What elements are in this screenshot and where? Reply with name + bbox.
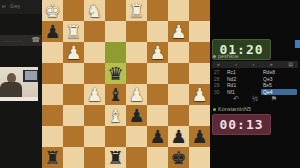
square-b5[interactable]: [168, 84, 189, 105]
move-nav-bar[interactable]: «‹›»▤: [212, 61, 298, 68]
black-move[interactable]: Qe3: [261, 76, 297, 82]
white-move[interactable]: Nd2: [225, 76, 261, 82]
call-titlebar-text: er · Grey,: [2, 4, 21, 9]
square-d5[interactable]: ♟: [126, 84, 147, 105]
scrollbar-thumb[interactable]: [295, 40, 300, 48]
takeback-icon[interactable]: ↶: [233, 95, 239, 103]
piece-black-pawn[interactable]: ♟: [126, 105, 147, 126]
move-list: 27Rc1Rde828Nd2Qe329Rd1Be530Nf1Qe4: [212, 69, 298, 95]
square-f7[interactable]: [84, 126, 105, 147]
resign-flag-icon[interactable]: ⚑: [271, 95, 277, 103]
move-nav-icon-2[interactable]: ›: [253, 61, 255, 68]
move-row: 29Rd1Be5: [212, 82, 298, 89]
square-h1[interactable]: ♚: [42, 0, 63, 21]
piece-black-rook[interactable]: ♜: [105, 147, 126, 168]
square-e5[interactable]: ♝: [105, 84, 126, 105]
square-b6[interactable]: [168, 105, 189, 126]
square-a3[interactable]: [189, 42, 210, 63]
white-move[interactable]: Rd1: [225, 82, 261, 88]
square-c4[interactable]: [147, 63, 168, 84]
black-move[interactable]: Be5: [261, 82, 297, 88]
square-c8[interactable]: [147, 147, 168, 168]
square-a5[interactable]: ♟: [189, 84, 210, 105]
piece-white-pawn[interactable]: ♟: [126, 84, 147, 105]
square-c7[interactable]: ♟: [147, 126, 168, 147]
square-g2[interactable]: ♜: [63, 21, 84, 42]
square-d8[interactable]: [126, 147, 147, 168]
piece-white-rook[interactable]: ♜: [63, 21, 84, 42]
call-control-row[interactable]: ······· ☎: [0, 35, 42, 46]
square-d4[interactable]: [126, 63, 147, 84]
square-f8[interactable]: [84, 147, 105, 168]
online-dot-icon: [213, 55, 216, 58]
square-d1[interactable]: ♜: [126, 0, 147, 21]
square-a8[interactable]: [189, 147, 210, 168]
piece-black-pawn[interactable]: ♟: [42, 21, 63, 42]
piece-black-pawn[interactable]: ♟: [147, 126, 168, 147]
piece-white-pawn[interactable]: ♟: [63, 42, 84, 63]
square-e3[interactable]: [105, 42, 126, 63]
square-f2[interactable]: [84, 21, 105, 42]
piece-white-pawn[interactable]: ♟: [147, 42, 168, 63]
square-h7[interactable]: [42, 126, 63, 147]
square-f3[interactable]: [84, 42, 105, 63]
piece-black-pawn[interactable]: ♟: [189, 126, 210, 147]
square-f6[interactable]: [84, 105, 105, 126]
move-number: 27: [212, 69, 225, 75]
square-h5[interactable]: [42, 84, 63, 105]
square-g5[interactable]: [63, 84, 84, 105]
move-nav-icon-0[interactable]: «: [217, 61, 220, 68]
square-c1[interactable]: [147, 0, 168, 21]
piece-white-pawn[interactable]: ♟: [84, 84, 105, 105]
player-bottom[interactable]: KonstantinN5: [213, 105, 251, 113]
draw-offer-icon[interactable]: ½: [252, 95, 258, 102]
square-c3[interactable]: ♟: [147, 42, 168, 63]
square-e4[interactable]: ♛: [105, 63, 126, 84]
square-g6[interactable]: [63, 105, 84, 126]
piece-white-knight[interactable]: ♞: [84, 0, 105, 21]
square-h8[interactable]: ♜: [42, 147, 63, 168]
game-action-buttons[interactable]: ↶½⚑: [212, 94, 298, 103]
square-e8[interactable]: ♜: [105, 147, 126, 168]
square-b3[interactable]: [168, 42, 189, 63]
piece-white-pawn[interactable]: ♟: [168, 21, 189, 42]
square-g8[interactable]: [63, 147, 84, 168]
chess-board[interactable]: ♚♞♜♟♜♟♟♟♛♟♝♟♟♝♟♟♟♟♜♜♚: [42, 0, 210, 168]
square-g3[interactable]: ♟: [63, 42, 84, 63]
black-move[interactable]: Rde8: [261, 69, 297, 75]
square-e2[interactable]: [105, 21, 126, 42]
square-c5[interactable]: [147, 84, 168, 105]
move-number: 29: [212, 82, 225, 88]
square-c6[interactable]: [147, 105, 168, 126]
square-b4[interactable]: [168, 63, 189, 84]
webcam-monitor-screen: [25, 71, 37, 80]
player-top-name[interactable]: peshkue: [218, 53, 239, 59]
square-f1[interactable]: ♞: [84, 0, 105, 21]
square-e6[interactable]: ♝: [105, 105, 126, 126]
square-b7[interactable]: ♟: [168, 126, 189, 147]
square-a7[interactable]: ♟: [189, 126, 210, 147]
player-bottom-name[interactable]: KonstantinN5: [218, 106, 251, 112]
square-c2[interactable]: [147, 21, 168, 42]
piece-white-pawn[interactable]: ♟: [189, 84, 210, 105]
square-e7[interactable]: [105, 126, 126, 147]
piece-black-rook[interactable]: ♜: [42, 147, 63, 168]
square-a6[interactable]: [189, 105, 210, 126]
square-a4[interactable]: [189, 63, 210, 84]
square-g7[interactable]: [63, 126, 84, 147]
square-f4[interactable]: [84, 63, 105, 84]
square-b1[interactable]: [168, 0, 189, 21]
square-g1[interactable]: [63, 0, 84, 21]
piece-black-queen[interactable]: ♛: [105, 63, 126, 84]
piece-black-king[interactable]: ♚: [168, 147, 189, 168]
piece-white-king[interactable]: ♚: [42, 0, 63, 21]
square-h2[interactable]: ♟: [42, 21, 63, 42]
move-row: 27Rc1Rde8: [212, 69, 298, 76]
move-nav-icon-3[interactable]: »: [270, 61, 273, 68]
player-top[interactable]: peshkue: [213, 52, 239, 60]
square-a2[interactable]: [189, 21, 210, 42]
stream-screen: er · Grey, ······· ☎ ♚♞♜♟♜♟♟♟♛♟♝♟♟♝♟♟♟♟♜…: [0, 0, 300, 168]
square-d3[interactable]: [126, 42, 147, 63]
call-label: ·······: [4, 38, 23, 44]
square-d6[interactable]: ♟: [126, 105, 147, 126]
call-titlebar: er · Grey,: [0, 0, 42, 14]
square-h6[interactable]: [42, 105, 63, 126]
piece-white-rook[interactable]: ♜: [126, 0, 147, 21]
move-nav-icon-4[interactable]: ▤: [288, 61, 293, 68]
online-dot-icon: [213, 108, 216, 111]
square-d7[interactable]: [126, 126, 147, 147]
white-move[interactable]: Rc1: [225, 69, 261, 75]
piece-black-pawn[interactable]: ♟: [168, 126, 189, 147]
square-b2[interactable]: ♟: [168, 21, 189, 42]
game-panel: 01:20 peshkue «‹›»▤ 27Rc1Rde828Nd2Qe329R…: [210, 0, 300, 168]
clock-bottom: 00:13: [212, 114, 271, 135]
phone-icon[interactable]: ☎: [31, 36, 40, 44]
square-h3[interactable]: [42, 42, 63, 63]
call-sidebar: er · Grey, ······· ☎: [0, 0, 42, 168]
piece-white-bishop[interactable]: ♝: [105, 105, 126, 126]
webcam-desk: [0, 97, 38, 101]
piece-black-bishop[interactable]: ♝: [105, 84, 126, 105]
move-row: 28Nd2Qe3: [212, 76, 298, 83]
move-number: 28: [212, 76, 225, 82]
square-h4[interactable]: [42, 63, 63, 84]
square-d2[interactable]: [126, 21, 147, 42]
square-f5[interactable]: ♟: [84, 84, 105, 105]
square-a1[interactable]: [189, 0, 210, 21]
move-nav-icon-1[interactable]: ‹: [235, 61, 237, 68]
square-e1[interactable]: [105, 0, 126, 21]
webcam-video: [0, 67, 38, 101]
square-b8[interactable]: ♚: [168, 147, 189, 168]
square-g4[interactable]: [63, 63, 84, 84]
